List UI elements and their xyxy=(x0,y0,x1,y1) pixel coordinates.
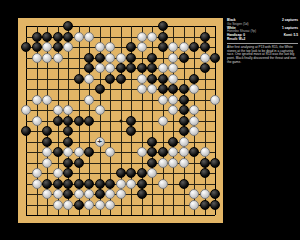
white-captures: 1 captures xyxy=(282,27,298,31)
black-stone xyxy=(189,42,199,52)
white-stone xyxy=(158,116,168,126)
black-stone xyxy=(126,168,136,178)
black-stone xyxy=(126,116,136,126)
white-stone xyxy=(200,189,210,199)
white-stone xyxy=(210,95,220,105)
white-stone xyxy=(116,179,126,189)
white-stone xyxy=(21,105,31,115)
white-stone xyxy=(95,42,105,52)
black-stone xyxy=(137,189,147,199)
black-stone xyxy=(158,147,168,157)
white-stone xyxy=(147,32,157,42)
black-stone xyxy=(63,158,73,168)
white-stone xyxy=(105,189,115,199)
black-stone xyxy=(189,74,199,84)
white-stone xyxy=(189,84,199,94)
white-stone xyxy=(42,158,52,168)
black-stone xyxy=(105,179,115,189)
black-stone xyxy=(200,63,210,73)
black-stone xyxy=(158,32,168,42)
black-stone xyxy=(200,168,210,178)
white-stone xyxy=(95,200,105,210)
white-stone xyxy=(137,74,147,84)
white-stone-last-move: + xyxy=(95,137,105,147)
white-stone xyxy=(147,168,157,178)
white-stone xyxy=(105,63,115,73)
white-stone xyxy=(168,74,178,84)
black-stone xyxy=(63,116,73,126)
white-stone xyxy=(53,189,63,199)
black-stone xyxy=(84,53,94,63)
black-stone xyxy=(200,158,210,168)
white-stone xyxy=(53,200,63,210)
komi-value: Komi: 5.5 xyxy=(284,34,298,38)
white-stone xyxy=(63,42,73,52)
move-comment-text: After first analysing at P13 with R15, t… xyxy=(227,46,298,65)
white-stone xyxy=(168,95,178,105)
black-stone xyxy=(147,147,157,157)
white-stone xyxy=(53,53,63,63)
white-stone xyxy=(105,53,115,63)
white-stone xyxy=(105,42,115,52)
white-stone xyxy=(95,63,105,73)
black-stone xyxy=(53,32,63,42)
white-stone xyxy=(32,179,42,189)
black-stone xyxy=(210,53,220,63)
black-stone xyxy=(95,179,105,189)
black-stone xyxy=(126,42,136,52)
black-stone xyxy=(147,53,157,63)
black-stone xyxy=(95,84,105,94)
white-stone xyxy=(189,200,199,210)
white-stone xyxy=(158,95,168,105)
black-stone xyxy=(63,168,73,178)
white-stone xyxy=(137,32,147,42)
black-stone xyxy=(116,74,126,84)
black-stone xyxy=(179,53,189,63)
black-stone xyxy=(158,21,168,31)
white-stone xyxy=(189,116,199,126)
white-stone xyxy=(158,179,168,189)
black-stone xyxy=(147,158,157,168)
go-board[interactable]: + xyxy=(18,18,223,223)
white-stone xyxy=(84,189,94,199)
game-info-panel: Black 2 captures Go Seigen (5d) White 1 … xyxy=(227,19,298,65)
black-stone xyxy=(179,84,189,94)
black-stone xyxy=(74,179,84,189)
white-stone xyxy=(116,53,126,63)
result-row: Result: W+2 xyxy=(227,38,298,42)
black-stone xyxy=(147,74,157,84)
black-stone xyxy=(179,116,189,126)
black-stone xyxy=(63,179,73,189)
black-stone xyxy=(105,74,115,84)
black-stone xyxy=(137,168,147,178)
white-stone xyxy=(147,84,157,94)
white-stone xyxy=(179,158,189,168)
white-stone xyxy=(168,53,178,63)
black-stone xyxy=(32,42,42,52)
black-stone xyxy=(74,158,84,168)
black-stone xyxy=(158,84,168,94)
white-stone xyxy=(42,95,52,105)
black-stone xyxy=(168,137,178,147)
white-stone xyxy=(32,116,42,126)
white-stone xyxy=(53,168,63,178)
result-value: Result: W+2 xyxy=(227,38,245,42)
black-stone xyxy=(210,200,220,210)
black-stone xyxy=(179,95,189,105)
white-stone xyxy=(32,53,42,63)
black-stone xyxy=(158,74,168,84)
black-stone xyxy=(42,126,52,136)
black-stone xyxy=(147,137,157,147)
white-stone xyxy=(179,147,189,157)
white-stone xyxy=(105,147,115,157)
black-stone xyxy=(74,116,84,126)
black-stone xyxy=(74,200,84,210)
white-stone xyxy=(137,84,147,94)
black-stone xyxy=(179,179,189,189)
black-stone xyxy=(158,42,168,52)
white-stone xyxy=(63,105,73,115)
white-stone xyxy=(42,42,52,52)
last-move-marker: + xyxy=(97,138,102,146)
black-stone xyxy=(42,137,52,147)
black-stone xyxy=(63,137,73,147)
white-stone xyxy=(168,147,178,157)
white-stone xyxy=(42,53,52,63)
white-stone xyxy=(200,53,210,63)
white-stone xyxy=(42,147,52,157)
white-stone xyxy=(63,147,73,157)
black-stone xyxy=(63,21,73,31)
white-stone xyxy=(179,137,189,147)
black-stone xyxy=(147,63,157,73)
white-stone xyxy=(63,200,73,210)
black-stone xyxy=(126,63,136,73)
board-grid: + xyxy=(18,18,223,223)
black-stone xyxy=(189,147,199,157)
black-stone xyxy=(210,158,220,168)
white-stone xyxy=(74,32,84,42)
white-stone xyxy=(116,189,126,199)
black-stone xyxy=(116,63,126,73)
black-stone xyxy=(168,84,178,94)
white-stone xyxy=(84,95,94,105)
black-stone xyxy=(84,179,94,189)
white-stone xyxy=(32,95,42,105)
black-stone xyxy=(32,32,42,42)
black-stone xyxy=(95,53,105,63)
white-stone xyxy=(200,147,210,157)
black-stone xyxy=(200,200,210,210)
black-stone xyxy=(84,116,94,126)
white-stone xyxy=(137,42,147,52)
black-stone xyxy=(42,179,52,189)
black-stone xyxy=(179,105,189,115)
black-stone xyxy=(84,147,94,157)
black-stone xyxy=(126,126,136,136)
white-stone xyxy=(95,105,105,115)
white-stone xyxy=(126,179,136,189)
black-captures: 2 captures xyxy=(282,19,298,23)
black-stone xyxy=(53,179,63,189)
black-stone xyxy=(21,42,31,52)
black-stone xyxy=(42,32,52,42)
black-stone xyxy=(137,63,147,73)
white-stone xyxy=(168,105,178,115)
black-stone xyxy=(126,53,136,63)
white-stone xyxy=(84,32,94,42)
black-stone xyxy=(63,126,73,136)
white-stone xyxy=(84,200,94,210)
white-stone xyxy=(189,189,199,199)
white-stone xyxy=(168,42,178,52)
black-stone xyxy=(53,147,63,157)
white-stone xyxy=(179,42,189,52)
black-stone xyxy=(84,63,94,73)
black-stone xyxy=(200,32,210,42)
white-stone xyxy=(168,158,178,168)
star-point xyxy=(119,119,122,122)
black-stone xyxy=(210,189,220,199)
black-stone xyxy=(179,126,189,136)
white-stone xyxy=(74,147,84,157)
white-stone xyxy=(32,168,42,178)
white-stone xyxy=(158,63,168,73)
white-stone xyxy=(105,200,115,210)
white-stone xyxy=(189,126,199,136)
white-stone xyxy=(74,189,84,199)
white-stone xyxy=(189,105,199,115)
black-stone xyxy=(53,116,63,126)
black-stone xyxy=(95,189,105,199)
black-stone xyxy=(137,179,147,189)
white-stone xyxy=(158,158,168,168)
white-stone xyxy=(137,147,147,157)
black-stone xyxy=(116,168,126,178)
white-stone xyxy=(84,74,94,84)
white-stone xyxy=(168,63,178,73)
black-stone xyxy=(74,74,84,84)
white-stone xyxy=(53,105,63,115)
white-stone xyxy=(42,189,52,199)
black-stone xyxy=(53,42,63,52)
black-stone xyxy=(21,126,31,136)
black-stone xyxy=(63,189,73,199)
grid-line-h xyxy=(26,215,215,216)
black-stone xyxy=(200,42,210,52)
black-stone xyxy=(63,32,73,42)
